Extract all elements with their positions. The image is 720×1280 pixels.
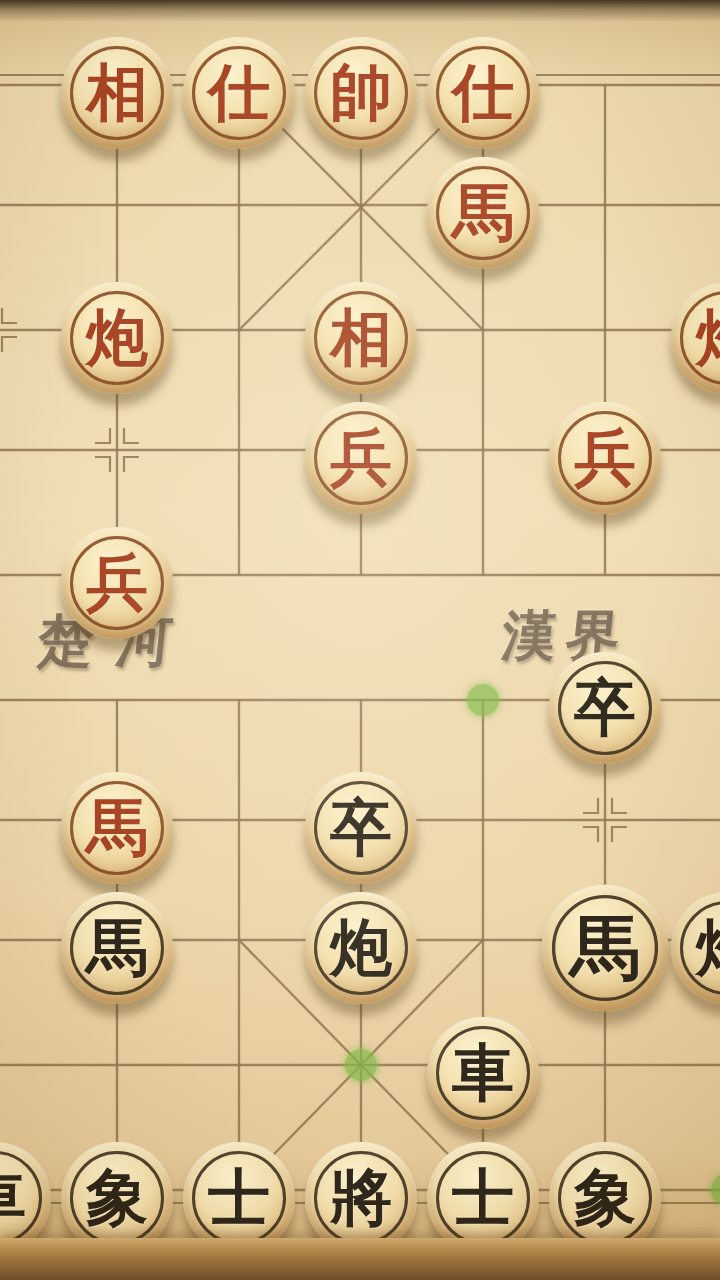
piece-character: 炮 <box>330 917 392 979</box>
board-frame-bottom <box>0 1238 720 1280</box>
piece-red-elephant[interactable]: 相 <box>305 282 417 394</box>
point-marker <box>124 457 139 472</box>
piece-black-chariot[interactable]: 車 <box>427 1017 539 1129</box>
point-marker <box>612 798 627 813</box>
piece-character: 車 <box>0 1167 26 1229</box>
piece-character: 士 <box>452 1167 514 1229</box>
point-marker <box>583 798 598 813</box>
point-marker <box>124 428 139 443</box>
piece-character: 馬 <box>86 797 148 859</box>
piece-black-soldier[interactable]: 卒 <box>549 652 661 764</box>
piece-red-advisor[interactable]: 仕 <box>427 37 539 149</box>
piece-character: 相 <box>330 307 392 369</box>
piece-red-soldier[interactable]: 兵 <box>305 402 417 514</box>
piece-character: 卒 <box>574 677 636 739</box>
piece-character: 馬 <box>86 917 148 979</box>
piece-black-soldier[interactable]: 卒 <box>305 772 417 884</box>
piece-character: 士 <box>208 1167 270 1229</box>
point-marker <box>95 457 110 472</box>
piece-red-soldier[interactable]: 兵 <box>549 402 661 514</box>
move-hint-dot[interactable] <box>467 684 499 716</box>
piece-red-soldier[interactable]: 兵 <box>61 527 173 639</box>
xiangqi-board: 楚河 漢界 相仕帥仕馬炮相炮兵兵兵卒馬卒馬炮馬炮車車象士將士象 <box>0 0 720 1280</box>
point-marker <box>612 827 627 842</box>
piece-character: 卒 <box>330 797 392 859</box>
point-marker <box>583 827 598 842</box>
piece-red-horse[interactable]: 馬 <box>61 772 173 884</box>
piece-character: 兵 <box>86 552 148 614</box>
piece-character: 炮 <box>696 307 720 369</box>
top-edge-shade <box>0 0 720 22</box>
point-marker <box>2 337 17 352</box>
piece-character: 馬 <box>452 182 514 244</box>
piece-character: 象 <box>574 1167 636 1229</box>
piece-black-cannon[interactable]: 炮 <box>305 892 417 1004</box>
piece-character: 炮 <box>696 917 720 979</box>
move-hint-dot[interactable] <box>345 1049 377 1081</box>
piece-character: 仕 <box>208 62 270 124</box>
piece-character: 象 <box>86 1167 148 1229</box>
piece-character: 炮 <box>86 307 148 369</box>
piece-red-elephant[interactable]: 相 <box>61 37 173 149</box>
point-marker <box>2 308 17 323</box>
piece-character: 馬 <box>570 913 640 983</box>
piece-red-advisor[interactable]: 仕 <box>183 37 295 149</box>
piece-character: 兵 <box>574 427 636 489</box>
piece-character: 兵 <box>330 427 392 489</box>
piece-character: 帥 <box>330 62 392 124</box>
piece-black-horse[interactable]: 馬 <box>61 892 173 1004</box>
point-marker <box>95 428 110 443</box>
piece-red-cannon[interactable]: 炮 <box>61 282 173 394</box>
piece-character: 仕 <box>452 62 514 124</box>
piece-black-horse[interactable]: 馬 <box>542 885 669 1012</box>
piece-character: 將 <box>330 1167 392 1229</box>
piece-red-horse[interactable]: 馬 <box>427 157 539 269</box>
piece-red-general[interactable]: 帥 <box>305 37 417 149</box>
piece-character: 車 <box>452 1042 514 1104</box>
piece-character: 相 <box>86 62 148 124</box>
